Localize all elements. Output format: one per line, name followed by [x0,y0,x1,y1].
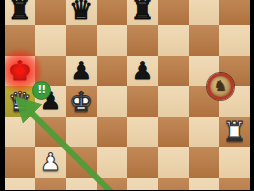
white-queen[interactable]: ♛ [5,86,36,117]
square-a6[interactable]: ♚ [5,56,36,87]
square-b4[interactable] [35,117,66,148]
square-h3[interactable] [219,147,250,178]
square-e3[interactable] [127,147,158,178]
square-g8[interactable] [189,0,220,25]
white-king[interactable]: ♚ [66,86,97,117]
black-rook[interactable]: ♜ [127,0,158,25]
square-a2[interactable] [5,178,36,191]
square-c2[interactable] [66,178,97,191]
square-f5[interactable] [158,86,189,117]
black-king[interactable]: ♚ [5,56,36,87]
board-frame-right [250,0,254,190]
black-queen[interactable]: ♛ [66,0,97,25]
knight-icon: ♞ [214,79,227,94]
square-f6[interactable] [158,56,189,87]
board-frame-left [0,0,5,190]
black-pawn[interactable]: ♟ [66,56,97,87]
square-g4[interactable] [189,117,220,148]
square-f8[interactable] [158,0,189,25]
square-e7[interactable] [127,25,158,56]
white-rook[interactable]: ♜ [219,117,250,148]
square-d8[interactable] [97,0,128,25]
square-a8[interactable]: ♜ [5,0,36,25]
square-d7[interactable] [97,25,128,56]
black-rook[interactable]: ♜ [5,0,36,25]
square-e4[interactable] [127,117,158,148]
square-h8[interactable] [219,0,250,25]
square-b2[interactable] [35,178,66,191]
square-c8[interactable]: ♛ [66,0,97,25]
square-b3[interactable]: ♟ [35,147,66,178]
square-g2[interactable] [189,178,220,191]
square-c3[interactable] [66,147,97,178]
square-a5[interactable]: ♛ [5,86,36,117]
square-e8[interactable]: ♜ [127,0,158,25]
square-c5[interactable]: ♚ [66,86,97,117]
square-c7[interactable] [66,25,97,56]
square-h2[interactable] [219,178,250,191]
square-h7[interactable] [219,25,250,56]
square-a4[interactable] [5,117,36,148]
square-e2[interactable] [127,178,158,191]
square-f4[interactable] [158,117,189,148]
brilliant-move-badge: !! [32,81,51,100]
square-f3[interactable] [158,147,189,178]
square-b8[interactable] [35,0,66,25]
square-g3[interactable] [189,147,220,178]
square-d2[interactable] [97,178,128,191]
square-h4[interactable]: ♜ [219,117,250,148]
white-pawn[interactable]: ♟ [35,147,66,178]
square-a3[interactable] [5,147,36,178]
square-c4[interactable] [66,117,97,148]
square-g7[interactable] [189,25,220,56]
square-a7[interactable] [5,25,36,56]
chess-app-screen: ♜♛♜♚♟♟♛♟♚♜♟ !! ♞ [0,0,254,190]
square-c6[interactable]: ♟ [66,56,97,87]
square-b7[interactable] [35,25,66,56]
square-e5[interactable] [127,86,158,117]
square-f7[interactable] [158,25,189,56]
square-f2[interactable] [158,178,189,191]
square-e6[interactable]: ♟ [127,56,158,87]
square-d5[interactable] [97,86,128,117]
black-pawn[interactable]: ♟ [127,56,158,87]
square-d3[interactable] [97,147,128,178]
square-d6[interactable] [97,56,128,87]
knight-avatar-icon: ♞ [207,73,234,100]
square-d4[interactable] [97,117,128,148]
